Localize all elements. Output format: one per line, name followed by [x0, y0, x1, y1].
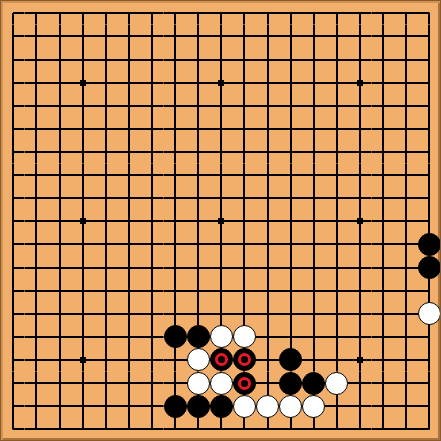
- intersection: [256, 325, 279, 348]
- intersection: [418, 348, 441, 371]
- intersection: [372, 325, 395, 348]
- intersection: [117, 94, 140, 117]
- intersection: [372, 164, 395, 187]
- black-stone: [187, 325, 210, 348]
- intersection: [418, 256, 441, 279]
- intersection: [71, 117, 94, 140]
- black-stone: [233, 372, 256, 395]
- intersection: [372, 210, 395, 233]
- intersection: [48, 140, 71, 163]
- intersection: [395, 48, 418, 71]
- intersection: [256, 279, 279, 302]
- intersection: [395, 94, 418, 117]
- intersection: [325, 2, 348, 25]
- intersection: [48, 233, 71, 256]
- intersection: [372, 418, 395, 441]
- intersection: [372, 117, 395, 140]
- intersection: [279, 418, 302, 441]
- intersection: [117, 210, 140, 233]
- intersection: [256, 140, 279, 163]
- intersection: [302, 2, 325, 25]
- intersection: [187, 418, 210, 441]
- intersection: [325, 233, 348, 256]
- intersection: [302, 279, 325, 302]
- intersection: [164, 372, 187, 395]
- intersection: [210, 348, 233, 371]
- intersection: [48, 302, 71, 325]
- intersection: [418, 210, 441, 233]
- intersection: [187, 372, 210, 395]
- intersection: [210, 372, 233, 395]
- white-stone: [256, 395, 279, 418]
- intersection: [302, 187, 325, 210]
- black-stone: [210, 348, 233, 371]
- intersection: [233, 48, 256, 71]
- intersection: [2, 117, 25, 140]
- intersection: [48, 164, 71, 187]
- intersection: [302, 210, 325, 233]
- intersection: [187, 94, 210, 117]
- intersection: [256, 2, 279, 25]
- intersection: [256, 94, 279, 117]
- intersection: [279, 372, 302, 395]
- intersection: [94, 348, 117, 371]
- intersection: [256, 372, 279, 395]
- intersection: [372, 2, 395, 25]
- intersection: [348, 302, 371, 325]
- intersection: [256, 164, 279, 187]
- intersection: [117, 117, 140, 140]
- intersection: [48, 187, 71, 210]
- intersection: [2, 256, 25, 279]
- intersection: [233, 117, 256, 140]
- intersection: [348, 256, 371, 279]
- intersection: [94, 25, 117, 48]
- intersection: [25, 325, 48, 348]
- intersection: [395, 210, 418, 233]
- intersection: [256, 117, 279, 140]
- intersection: [164, 48, 187, 71]
- intersection: [348, 2, 371, 25]
- black-stone: [164, 325, 187, 348]
- intersection: [256, 210, 279, 233]
- intersection: [48, 325, 71, 348]
- intersection: [48, 348, 71, 371]
- intersection: [325, 372, 348, 395]
- intersection: [233, 325, 256, 348]
- intersection: [302, 117, 325, 140]
- intersection: [117, 48, 140, 71]
- intersection: [279, 348, 302, 371]
- intersection: [348, 348, 371, 371]
- intersection: [25, 25, 48, 48]
- intersection: [372, 256, 395, 279]
- intersection: [233, 210, 256, 233]
- intersection: [348, 372, 371, 395]
- intersection: [233, 187, 256, 210]
- intersection: [348, 48, 371, 71]
- intersection: [117, 395, 140, 418]
- intersection: [348, 25, 371, 48]
- intersection: [372, 395, 395, 418]
- intersection: [48, 48, 71, 71]
- intersection: [25, 348, 48, 371]
- intersection: [210, 325, 233, 348]
- intersection: [210, 71, 233, 94]
- intersection: [418, 164, 441, 187]
- intersection: [233, 233, 256, 256]
- go-board: [0, 0, 441, 441]
- intersection: [94, 210, 117, 233]
- intersection: [94, 94, 117, 117]
- intersection: [2, 140, 25, 163]
- intersection: [25, 94, 48, 117]
- intersection: [117, 302, 140, 325]
- intersection: [140, 418, 163, 441]
- intersection: [372, 48, 395, 71]
- intersection: [94, 117, 117, 140]
- intersection: [164, 2, 187, 25]
- intersection: [210, 233, 233, 256]
- intersection: [2, 233, 25, 256]
- intersection: [233, 418, 256, 441]
- intersection: [140, 302, 163, 325]
- intersection: [48, 395, 71, 418]
- intersection: [71, 279, 94, 302]
- intersection: [71, 2, 94, 25]
- intersection: [325, 71, 348, 94]
- intersection: [325, 279, 348, 302]
- intersection: [187, 233, 210, 256]
- intersection: [325, 94, 348, 117]
- intersection: [2, 25, 25, 48]
- intersection: [395, 164, 418, 187]
- intersection: [2, 302, 25, 325]
- intersection: [2, 210, 25, 233]
- intersection: [164, 256, 187, 279]
- intersection: [395, 233, 418, 256]
- intersection: [348, 164, 371, 187]
- intersection: [372, 94, 395, 117]
- intersection: [117, 140, 140, 163]
- intersection: [164, 279, 187, 302]
- intersection: [348, 140, 371, 163]
- intersection: [140, 117, 163, 140]
- intersection: [140, 279, 163, 302]
- intersection: [94, 233, 117, 256]
- intersection: [325, 48, 348, 71]
- intersection: [348, 418, 371, 441]
- intersection: [395, 302, 418, 325]
- white-stone: [325, 372, 348, 395]
- intersection: [395, 187, 418, 210]
- intersection: [325, 395, 348, 418]
- intersection: [418, 140, 441, 163]
- intersection: [418, 395, 441, 418]
- intersection: [140, 25, 163, 48]
- star-point: [80, 80, 86, 86]
- intersection: [210, 140, 233, 163]
- intersection: [187, 164, 210, 187]
- intersection: [164, 187, 187, 210]
- intersection: [164, 210, 187, 233]
- intersection: [348, 117, 371, 140]
- intersection: [187, 302, 210, 325]
- intersection: [233, 140, 256, 163]
- intersection: [71, 418, 94, 441]
- intersection: [256, 302, 279, 325]
- intersection: [117, 256, 140, 279]
- intersection: [233, 395, 256, 418]
- intersection: [256, 187, 279, 210]
- intersection: [395, 2, 418, 25]
- intersection: [140, 187, 163, 210]
- intersection: [164, 164, 187, 187]
- intersection: [418, 2, 441, 25]
- intersection: [187, 256, 210, 279]
- intersection: [279, 256, 302, 279]
- intersection: [372, 187, 395, 210]
- black-stone: [279, 372, 302, 395]
- intersection: [2, 164, 25, 187]
- intersection: [94, 256, 117, 279]
- intersection: [71, 187, 94, 210]
- intersection: [117, 164, 140, 187]
- intersection: [71, 71, 94, 94]
- intersection: [48, 71, 71, 94]
- intersection: [71, 140, 94, 163]
- intersection: [256, 25, 279, 48]
- intersection: [140, 395, 163, 418]
- intersection: [48, 117, 71, 140]
- intersection: [94, 187, 117, 210]
- star-point: [218, 80, 224, 86]
- star-point: [357, 218, 363, 224]
- intersection: [187, 71, 210, 94]
- intersection: [233, 164, 256, 187]
- intersection: [25, 164, 48, 187]
- intersection: [302, 325, 325, 348]
- intersection: [395, 372, 418, 395]
- intersection: [25, 117, 48, 140]
- intersection: [25, 279, 48, 302]
- intersection: [372, 372, 395, 395]
- intersection: [140, 71, 163, 94]
- intersection: [2, 418, 25, 441]
- intersection: [71, 256, 94, 279]
- intersection: [325, 187, 348, 210]
- intersection: [117, 2, 140, 25]
- intersection: [94, 395, 117, 418]
- intersection: [210, 94, 233, 117]
- intersection: [372, 279, 395, 302]
- intersection: [2, 48, 25, 71]
- intersection: [372, 71, 395, 94]
- intersection: [140, 256, 163, 279]
- intersection: [233, 372, 256, 395]
- white-stone: [187, 348, 210, 371]
- intersection: [164, 94, 187, 117]
- white-stone: [418, 302, 441, 325]
- intersection: [2, 279, 25, 302]
- intersection: [325, 117, 348, 140]
- intersection: [325, 256, 348, 279]
- intersection: [2, 372, 25, 395]
- intersection: [48, 372, 71, 395]
- intersection: [2, 325, 25, 348]
- intersection: [71, 325, 94, 348]
- intersection: [2, 94, 25, 117]
- intersection: [418, 325, 441, 348]
- intersection: [25, 233, 48, 256]
- intersection: [2, 348, 25, 371]
- white-stone: [233, 325, 256, 348]
- intersection: [325, 140, 348, 163]
- intersection: [48, 279, 71, 302]
- intersection: [325, 325, 348, 348]
- intersection: [140, 94, 163, 117]
- intersection: [418, 279, 441, 302]
- intersection: [302, 302, 325, 325]
- intersection: [25, 71, 48, 94]
- intersection: [25, 187, 48, 210]
- intersection: [372, 233, 395, 256]
- intersection: [187, 210, 210, 233]
- intersection: [94, 164, 117, 187]
- intersection: [187, 325, 210, 348]
- intersection: [325, 418, 348, 441]
- intersection: [279, 48, 302, 71]
- intersection: [395, 325, 418, 348]
- intersection: [279, 302, 302, 325]
- intersection: [302, 71, 325, 94]
- intersection: [140, 210, 163, 233]
- intersection: [71, 372, 94, 395]
- intersection: [418, 372, 441, 395]
- intersection: [395, 25, 418, 48]
- intersection: [25, 210, 48, 233]
- intersection: [25, 302, 48, 325]
- intersection: [395, 418, 418, 441]
- intersection: [117, 25, 140, 48]
- intersection: [256, 71, 279, 94]
- intersection: [210, 418, 233, 441]
- intersection: [395, 117, 418, 140]
- star-point: [80, 357, 86, 363]
- intersection: [418, 94, 441, 117]
- intersection: [302, 372, 325, 395]
- intersection: [395, 348, 418, 371]
- intersection: [279, 395, 302, 418]
- intersection: [302, 48, 325, 71]
- intersection: [94, 140, 117, 163]
- intersection: [233, 94, 256, 117]
- intersection: [210, 302, 233, 325]
- intersection: [117, 279, 140, 302]
- intersection: [117, 348, 140, 371]
- intersection: [164, 25, 187, 48]
- intersection: [164, 348, 187, 371]
- intersection: [279, 233, 302, 256]
- intersection: [71, 164, 94, 187]
- intersection: [164, 233, 187, 256]
- white-stone: [210, 372, 233, 395]
- intersection: [187, 279, 210, 302]
- black-stone: [233, 348, 256, 371]
- intersection: [395, 71, 418, 94]
- intersection: [256, 418, 279, 441]
- intersection: [302, 395, 325, 418]
- intersection: [140, 372, 163, 395]
- intersection: [117, 418, 140, 441]
- intersection: [279, 140, 302, 163]
- intersection: [348, 233, 371, 256]
- black-stone: [164, 395, 187, 418]
- star-point: [357, 357, 363, 363]
- intersection: [25, 256, 48, 279]
- star-point: [218, 218, 224, 224]
- intersection: [187, 25, 210, 48]
- intersection: [117, 187, 140, 210]
- intersection: [164, 117, 187, 140]
- intersection: [418, 71, 441, 94]
- intersection: [395, 395, 418, 418]
- intersection: [187, 117, 210, 140]
- intersection: [256, 233, 279, 256]
- intersection: [279, 117, 302, 140]
- intersection: [210, 210, 233, 233]
- intersection: [117, 325, 140, 348]
- intersection: [2, 187, 25, 210]
- intersection: [233, 25, 256, 48]
- intersection: [325, 348, 348, 371]
- intersection: [302, 140, 325, 163]
- intersection: [71, 94, 94, 117]
- intersection: [279, 71, 302, 94]
- intersection: [71, 395, 94, 418]
- intersection: [348, 94, 371, 117]
- intersection: [348, 210, 371, 233]
- black-stone: [210, 395, 233, 418]
- intersection: [25, 140, 48, 163]
- intersection: [140, 233, 163, 256]
- intersection: [418, 187, 441, 210]
- intersection: [279, 325, 302, 348]
- intersection: [71, 48, 94, 71]
- intersection: [25, 48, 48, 71]
- intersection: [210, 2, 233, 25]
- intersection: [94, 279, 117, 302]
- intersection: [94, 48, 117, 71]
- intersection: [279, 164, 302, 187]
- intersection: [372, 302, 395, 325]
- intersection: [48, 256, 71, 279]
- circle-marker: [215, 353, 228, 366]
- intersection: [48, 210, 71, 233]
- intersection: [94, 418, 117, 441]
- intersection: [140, 2, 163, 25]
- intersection: [48, 25, 71, 48]
- intersection: [94, 2, 117, 25]
- intersection: [279, 279, 302, 302]
- intersection: [418, 117, 441, 140]
- intersection: [233, 279, 256, 302]
- intersection: [210, 256, 233, 279]
- star-point: [357, 80, 363, 86]
- intersection: [140, 325, 163, 348]
- intersection: [325, 302, 348, 325]
- intersection: [187, 187, 210, 210]
